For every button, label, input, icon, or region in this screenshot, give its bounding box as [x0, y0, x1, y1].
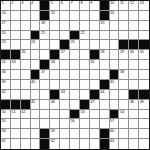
clue-number: 17 [2, 21, 6, 25]
grid-cell-r14c8[interactable] [70, 129, 80, 139]
grid-cell-r9c9[interactable] [80, 80, 90, 90]
grid-cell-r10c12[interactable] [110, 90, 120, 100]
grid-cell-r5c4[interactable]: 24 [31, 40, 41, 50]
grid-cell-r13c8[interactable]: 56 [70, 119, 80, 129]
grid-cell-r2c7[interactable] [60, 11, 70, 21]
grid-cell-r6c9[interactable] [80, 50, 90, 60]
grid-cell-r13c6[interactable] [50, 119, 60, 129]
clue-number: 32 [2, 60, 6, 64]
grid-cell-r8c15[interactable] [139, 70, 149, 80]
grid-cell-r5c11[interactable] [100, 40, 110, 50]
grid-cell-r12c15[interactable] [139, 110, 149, 120]
grid-cell-r7c8[interactable] [70, 60, 80, 70]
grid-cell-r3c13[interactable] [119, 21, 129, 31]
grid-cell-r6c4[interactable] [31, 50, 41, 60]
grid-cell-r13c11[interactable] [100, 119, 110, 129]
grid-cell-r8c2[interactable] [11, 70, 21, 80]
black-cell-r7c5 [40, 60, 50, 70]
grid-cell-r7c7[interactable] [60, 60, 70, 70]
clue-number: 28 [100, 50, 104, 54]
grid-cell-r9c6[interactable] [50, 80, 60, 90]
black-cell-r5c7 [60, 40, 70, 50]
grid-cell-r15c10[interactable] [90, 139, 100, 149]
clue-number: 5 [51, 1, 53, 5]
grid-cell-r3c11[interactable]: 19 [100, 21, 110, 31]
grid-cell-r7c9[interactable] [80, 60, 90, 70]
grid-cell-r11c8[interactable] [70, 100, 80, 110]
grid-cell-r1c10[interactable]: 9 [90, 1, 100, 11]
grid-cell-r12c14[interactable] [129, 110, 139, 120]
grid-cell-r9c1[interactable]: 39 [1, 80, 11, 90]
grid-cell-r3c9[interactable] [80, 21, 90, 31]
grid-cell-r14c3[interactable] [21, 129, 31, 139]
grid-cell-r15c12[interactable]: 63 [110, 139, 120, 149]
clue-number: 52 [21, 110, 25, 114]
grid-cell-r4c9[interactable]: 22 [80, 31, 90, 41]
clue-number: 16 [110, 11, 114, 15]
clue-number: 12 [130, 1, 134, 5]
grid-cell-r9c3[interactable] [21, 80, 31, 90]
grid-cell-r10c3[interactable] [21, 90, 31, 100]
grid-cell-r7c1[interactable]: 32 [1, 60, 11, 70]
clue-number: 31 [140, 50, 144, 54]
grid-cell-r2c4[interactable] [31, 11, 41, 21]
grid-cell-r13c13[interactable] [119, 119, 129, 129]
grid-cell-r11c7[interactable] [60, 100, 70, 110]
grid-cell-r9c4[interactable]: 40 [31, 80, 41, 90]
clue-number: 49 [140, 100, 144, 104]
clue-number: 56 [71, 119, 75, 123]
clue-number: 24 [31, 40, 35, 44]
grid-cell-r5c5[interactable] [40, 40, 50, 50]
clue-number: 40 [31, 80, 35, 84]
grid-cell-r2c2[interactable] [11, 11, 21, 21]
grid-cell-r5c6[interactable] [50, 40, 60, 50]
clue-number: 58 [2, 129, 6, 133]
grid-cell-r1c1[interactable]: 1 [1, 1, 11, 11]
clue-number: 39 [2, 80, 6, 84]
grid-cell-r13c5[interactable] [40, 119, 50, 129]
grid-cell-r7c12[interactable] [110, 60, 120, 70]
clue-number: 53 [80, 110, 84, 114]
grid-cell-r6c8[interactable] [70, 50, 80, 60]
clue-number: 55 [2, 119, 6, 123]
grid-cell-r10c1[interactable]: 42 [1, 90, 11, 100]
grid-cell-r6c11[interactable]: 28 [100, 50, 110, 60]
grid-cell-r15c4[interactable] [31, 139, 41, 149]
grid-cell-r13c1[interactable]: 55 [1, 119, 11, 129]
clue-number: 57 [110, 119, 114, 123]
grid-cell-r1c13[interactable]: 11 [119, 1, 129, 11]
grid-cell-r2c1[interactable]: 14 [1, 11, 11, 21]
grid-cell-r10c11[interactable]: 44 [100, 90, 110, 100]
grid-cell-r6c13[interactable]: 29 [119, 50, 129, 60]
grid-cell-r13c15[interactable] [139, 119, 149, 129]
grid-cell-r3c1[interactable]: 17 [1, 21, 11, 31]
grid-cell-r10c2[interactable] [11, 90, 21, 100]
grid-cell-r14c4[interactable] [31, 129, 41, 139]
grid-cell-r10c8[interactable] [70, 90, 80, 100]
grid-cell-r5c10[interactable] [90, 40, 100, 50]
black-cell-r5c15 [139, 40, 149, 50]
grid-cell-r1c4[interactable]: 4 [31, 1, 41, 11]
clue-number: 41 [110, 80, 114, 84]
grid-cell-r8c5[interactable]: 37 [40, 70, 50, 80]
grid-cell-r2c9[interactable] [80, 11, 90, 21]
grid-cell-r7c4[interactable] [31, 60, 41, 70]
clue-number: 48 [130, 100, 134, 104]
grid-cell-r7c13[interactable] [119, 60, 129, 70]
grid-cell-r5c8[interactable]: 25 [70, 40, 80, 50]
grid-cell-r14c9[interactable] [80, 129, 90, 139]
grid-cell-r10c5[interactable] [40, 90, 50, 100]
grid-cell-r1c3[interactable]: 3 [21, 1, 31, 11]
clue-number: 7 [71, 1, 73, 5]
black-cell-r4c4 [31, 31, 41, 41]
grid-cell-r12c7[interactable] [60, 110, 70, 120]
clue-number: 26 [21, 50, 25, 54]
clue-number: 33 [11, 60, 15, 64]
grid-cell-r11c5[interactable] [40, 100, 50, 110]
grid-cell-r1c15[interactable]: 13 [139, 1, 149, 11]
clue-number: 1 [2, 1, 4, 5]
grid-cell-r10c13[interactable] [119, 90, 129, 100]
clue-number: 13 [140, 1, 144, 5]
grid-cell-r2c15[interactable] [139, 11, 149, 21]
black-cell-r1c11 [100, 1, 110, 11]
clue-number: 54 [120, 110, 124, 114]
black-cell-r4c8 [70, 31, 80, 41]
grid-cell-r15c6[interactable]: 62 [50, 139, 60, 149]
grid-cell-r12c10[interactable] [90, 110, 100, 120]
grid-cell-r15c15[interactable] [139, 139, 149, 149]
grid-cell-r2c13[interactable] [119, 11, 129, 21]
grid-cell-r13c4[interactable] [31, 119, 41, 129]
black-cell-r14c11 [100, 129, 110, 139]
grid-cell-r12c13[interactable]: 54 [119, 110, 129, 120]
black-cell-r6c1 [1, 50, 11, 60]
clue-number: 29 [120, 50, 124, 54]
clue-number: 2 [11, 1, 13, 5]
grid-cell-r4c1[interactable]: 20 [1, 31, 11, 41]
black-cell-r8c12 [110, 70, 120, 80]
grid-cell-r8c6[interactable] [50, 70, 60, 80]
grid-cell-r14c6[interactable]: 59 [50, 129, 60, 139]
grid-cell-r11c11[interactable] [100, 100, 110, 110]
grid-cell-r13c3[interactable] [21, 119, 31, 129]
black-cell-r1c5 [40, 1, 50, 11]
black-cell-r5c14 [129, 40, 139, 50]
black-cell-r2c5 [40, 11, 50, 21]
grid-cell-r6c15[interactable]: 31 [139, 50, 149, 60]
grid-cell-r5c12[interactable] [110, 40, 120, 50]
grid-cell-r2c6[interactable]: 15 [50, 11, 60, 21]
clue-number: 23 [2, 40, 6, 44]
grid-cell-r9c13[interactable] [119, 80, 129, 90]
clue-number: 14 [2, 11, 6, 15]
grid-cell-r13c14[interactable] [129, 119, 139, 129]
grid-cell-r4c13[interactable] [119, 31, 129, 41]
clue-number: 21 [41, 31, 45, 35]
grid-cell-r9c14[interactable] [129, 80, 139, 90]
black-cell-r10c10 [90, 90, 100, 100]
grid-cell-r5c3[interactable] [21, 40, 31, 50]
clue-number: 20 [2, 31, 6, 35]
grid-cell-r3c3[interactable] [21, 21, 31, 31]
black-cell-r11c3 [21, 100, 31, 110]
grid-cell-r7c2[interactable]: 33 [11, 60, 21, 70]
grid-cell-r4c6[interactable] [50, 31, 60, 41]
grid-cell-r4c7[interactable] [60, 31, 70, 41]
grid-cell-r9c8[interactable] [70, 80, 80, 90]
clue-number: 44 [100, 90, 104, 94]
grid-cell-r15c7[interactable] [60, 139, 70, 149]
grid-cell-r15c13[interactable] [119, 139, 129, 149]
grid-cell-r4c5[interactable]: 21 [40, 31, 50, 41]
grid-cell-r12c3[interactable]: 52 [21, 110, 31, 120]
grid-cell-r8c14[interactable] [129, 70, 139, 80]
grid-cell-r15c8[interactable] [70, 139, 80, 149]
grid-cell-r13c2[interactable] [11, 119, 21, 129]
grid-cell-r9c7[interactable] [60, 80, 70, 90]
clue-number: 19 [100, 21, 104, 25]
grid-cell-r11c6[interactable]: 46 [50, 100, 60, 110]
black-cell-r11c2 [11, 100, 21, 110]
grid-cell-r1c9[interactable]: 8 [80, 1, 90, 11]
grid-cell-r14c14[interactable] [129, 129, 139, 139]
grid-cell-r13c7[interactable] [60, 119, 70, 129]
clue-number: 61 [2, 139, 6, 143]
black-cell-r12c8 [70, 110, 80, 120]
grid-cell-r14c12[interactable]: 60 [110, 129, 120, 139]
clue-number: 10 [110, 1, 114, 5]
clue-number: 63 [110, 139, 114, 143]
grid-cell-r1c8[interactable]: 7 [70, 1, 80, 11]
grid-cell-r10c4[interactable] [31, 90, 41, 100]
grid-cell-r2c10[interactable] [90, 11, 100, 21]
grid-cell-r6c14[interactable]: 30 [129, 50, 139, 60]
grid-cell-r14c7[interactable] [60, 129, 70, 139]
grid-cell-r3c2[interactable] [11, 21, 21, 31]
grid-cell-r10c9[interactable] [80, 90, 90, 100]
grid-cell-r15c9[interactable] [80, 139, 90, 149]
grid-cell-r11c10[interactable]: 47 [90, 100, 100, 110]
grid-cell-r9c2[interactable] [11, 80, 21, 90]
clue-number: 30 [130, 50, 134, 54]
clue-number: 36 [2, 70, 6, 74]
grid-cell-r13c12[interactable]: 57 [110, 119, 120, 129]
grid-cell-r7c11[interactable] [100, 60, 110, 70]
clue-number: 35 [90, 60, 94, 64]
clue-number: 6 [61, 1, 63, 5]
grid-cell-r3c15[interactable] [139, 21, 149, 31]
grid-cell-r10c7[interactable]: 43 [60, 90, 70, 100]
grid-cell-r8c7[interactable] [60, 70, 70, 80]
grid-cell-r9c12[interactable]: 41 [110, 80, 120, 90]
clue-number: 8 [80, 1, 82, 5]
grid-cell-r3c14[interactable] [129, 21, 139, 31]
grid-cell-r3c4[interactable] [31, 21, 41, 31]
grid-cell-r3c10[interactable] [90, 21, 100, 31]
clue-number: 15 [51, 11, 55, 15]
grid-cell-r15c14[interactable] [129, 139, 139, 149]
grid-cell-r14c2[interactable] [11, 129, 21, 139]
grid-cell-r1c14[interactable]: 12 [129, 1, 139, 11]
grid-cell-r7c10[interactable]: 35 [90, 60, 100, 70]
black-cell-r15c5 [40, 139, 50, 149]
grid-cell-r11c4[interactable]: 45 [31, 100, 41, 110]
clue-number: 60 [110, 129, 114, 133]
black-cell-r11c9 [80, 100, 90, 110]
grid-cell-r2c3[interactable] [21, 11, 31, 21]
clue-number: 45 [31, 100, 35, 104]
grid-cell-r15c2[interactable] [11, 139, 21, 149]
grid-cell-r12c2[interactable]: 51 [11, 110, 21, 120]
grid-cell-r7c15[interactable] [139, 60, 149, 70]
clue-number: 27 [61, 50, 65, 54]
grid-cell-r5c1[interactable]: 23 [1, 40, 11, 50]
black-cell-r2c11 [100, 11, 110, 21]
grid-cell-r1c12[interactable]: 10 [110, 1, 120, 11]
crossword-grid: 1234567891011121314151617181920212223242… [0, 0, 150, 150]
grid-cell-r4c10[interactable] [90, 31, 100, 41]
grid-cell-r8c1[interactable]: 36 [1, 70, 11, 80]
grid-cell-r9c10[interactable] [90, 80, 100, 90]
grid-cell-r6c7[interactable]: 27 [60, 50, 70, 60]
grid-cell-r6c3[interactable]: 26 [21, 50, 31, 60]
black-cell-r5c13 [119, 40, 129, 50]
black-cell-r12c12 [110, 110, 120, 120]
grid-cell-r8c10[interactable] [90, 70, 100, 80]
clue-number: 3 [21, 1, 23, 5]
grid-cell-r12c5[interactable] [40, 110, 50, 120]
grid-cell-r14c1[interactable]: 58 [1, 129, 11, 139]
grid-cell-r8c13[interactable]: 38 [119, 70, 129, 80]
clue-number: 46 [51, 100, 55, 104]
grid-cell-r14c13[interactable] [119, 129, 129, 139]
black-cell-r10c14 [129, 90, 139, 100]
grid-cell-r5c9[interactable] [80, 40, 90, 50]
grid-cell-r1c6[interactable]: 5 [50, 1, 60, 11]
grid-cell-r8c9[interactable] [80, 70, 90, 80]
grid-cell-r9c15[interactable] [139, 80, 149, 90]
grid-cell-r3c8[interactable] [70, 21, 80, 31]
grid-cell-r8c8[interactable] [70, 70, 80, 80]
grid-cell-r7c6[interactable]: 34 [50, 60, 60, 70]
grid-cell-r11c14[interactable]: 48 [129, 100, 139, 110]
grid-cell-r3c7[interactable] [60, 21, 70, 31]
grid-cell-r11c15[interactable]: 49 [139, 100, 149, 110]
clue-number: 50 [2, 110, 6, 114]
grid-cell-r4c14[interactable] [129, 31, 139, 41]
grid-cell-r8c11[interactable] [100, 70, 110, 80]
grid-cell-r6c5[interactable] [40, 50, 50, 60]
grid-cell-r13c10[interactable] [90, 119, 100, 129]
clue-number: 18 [41, 21, 45, 25]
grid-cell-r1c7[interactable]: 6 [60, 1, 70, 11]
grid-cell-r14c15[interactable] [139, 129, 149, 139]
clue-number: 38 [120, 70, 124, 74]
grid-cell-r6c12[interactable] [110, 50, 120, 60]
grid-cell-r11c13[interactable] [119, 100, 129, 110]
grid-cell-r3c6[interactable] [50, 21, 60, 31]
grid-cell-r7c3[interactable] [21, 60, 31, 70]
black-cell-r6c10 [90, 50, 100, 60]
black-cell-r14c5 [40, 129, 50, 139]
grid-cell-r4c2[interactable] [11, 31, 21, 41]
black-cell-r6c6 [50, 50, 60, 60]
clue-number: 34 [51, 60, 55, 64]
clue-number: 47 [90, 100, 94, 104]
black-cell-r6c2 [11, 50, 21, 60]
grid-cell-r3c12[interactable] [110, 21, 120, 31]
grid-cell-r12c4[interactable] [31, 110, 41, 120]
grid-cell-r11c12[interactable] [110, 100, 120, 110]
black-cell-r10c6 [50, 90, 60, 100]
grid-cell-r8c3[interactable] [21, 70, 31, 80]
grid-cell-r12c9[interactable]: 53 [80, 110, 90, 120]
black-cell-r10c15 [139, 90, 149, 100]
grid-cell-r12c1[interactable]: 50 [1, 110, 11, 120]
black-cell-r15c11 [100, 139, 110, 149]
clue-number: 51 [11, 110, 15, 114]
grid-cell-r4c15[interactable] [139, 31, 149, 41]
grid-cell-r4c12[interactable] [110, 31, 120, 41]
clue-number: 43 [61, 90, 65, 94]
clue-number: 42 [2, 90, 6, 94]
grid-cell-r12c11[interactable] [100, 110, 110, 120]
clue-number: 22 [80, 31, 84, 35]
clue-number: 9 [90, 1, 92, 5]
grid-cell-r2c8[interactable] [70, 11, 80, 21]
grid-cell-r4c11[interactable] [100, 31, 110, 41]
clue-number: 62 [51, 139, 55, 143]
grid-cell-r7c14[interactable] [129, 60, 139, 70]
clue-number: 25 [71, 40, 75, 44]
grid-cell-r14c10[interactable] [90, 129, 100, 139]
clue-number: 37 [41, 70, 45, 74]
grid-cell-r9c5[interactable] [40, 80, 50, 90]
grid-cell-r13c9[interactable] [80, 119, 90, 129]
black-cell-r9c11 [100, 80, 110, 90]
clue-number: 11 [120, 1, 124, 5]
black-cell-r8c4 [31, 70, 41, 80]
clue-number: 59 [51, 129, 55, 133]
grid-cell-r3c5[interactable]: 18 [40, 21, 50, 31]
grid-cell-r15c1[interactable]: 61 [1, 139, 11, 149]
grid-cell-r12c6[interactable] [50, 110, 60, 120]
grid-cell-r1c2[interactable]: 2 [11, 1, 21, 11]
grid-cell-r5c2[interactable] [11, 40, 21, 50]
grid-cell-r2c14[interactable] [129, 11, 139, 21]
grid-cell-r2c12[interactable]: 16 [110, 11, 120, 21]
black-cell-r11c1 [1, 100, 11, 110]
clue-number: 4 [31, 1, 33, 5]
grid-cell-r15c3[interactable] [21, 139, 31, 149]
grid-cell-r4c3[interactable] [21, 31, 31, 41]
